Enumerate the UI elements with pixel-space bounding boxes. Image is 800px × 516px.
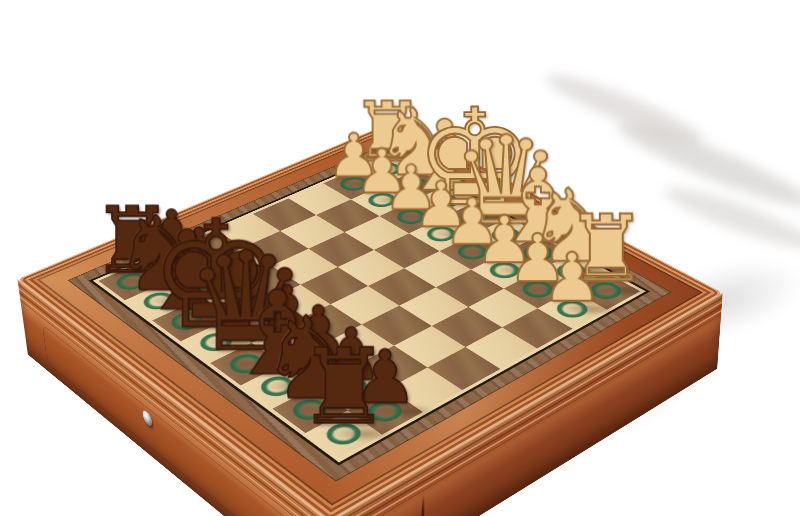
product-photo-scene: ♜♞♝♛♚♝♞♜♟♟♟♟♟♟♟♟♟♟♟♟♟♟♟♟♜♞♝♛♚♝♞♜ bbox=[0, 0, 800, 516]
drawer-side-seam bbox=[421, 494, 425, 516]
